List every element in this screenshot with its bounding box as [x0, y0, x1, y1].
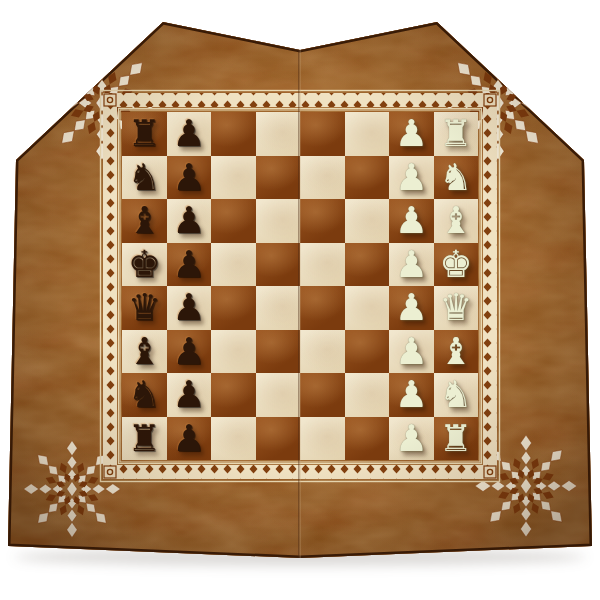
black-knight[interactable]: ♞: [128, 376, 161, 413]
band-rosette-top-right: [484, 94, 496, 106]
square-c5[interactable]: [256, 330, 301, 374]
square-b3[interactable]: [345, 373, 390, 417]
square-a1[interactable]: ♜: [434, 417, 479, 461]
black-pawn[interactable]: ♟: [172, 376, 205, 413]
square-a3[interactable]: [345, 417, 390, 461]
square-g7[interactable]: ♟: [167, 156, 212, 200]
square-h4[interactable]: [300, 112, 345, 156]
square-g1[interactable]: ♞: [434, 156, 479, 200]
square-a6[interactable]: [211, 417, 256, 461]
squares-grid: ♜♟♟♜♞♟♟♞♝♟♟♝♚♟♟♚♛♟♟♛♝♟♟♝♞♟♟♞♜♟♟♜: [122, 112, 478, 460]
black-pawn[interactable]: ♟: [172, 115, 205, 152]
square-e3[interactable]: [345, 243, 390, 287]
square-f6[interactable]: [211, 199, 256, 243]
white-pawn[interactable]: ♟: [395, 246, 428, 283]
black-king[interactable]: ♚: [128, 246, 161, 283]
square-g2[interactable]: ♟: [389, 156, 434, 200]
band-rosette-bottom-right: [484, 466, 496, 478]
square-b5[interactable]: [256, 373, 301, 417]
square-d2[interactable]: ♟: [389, 286, 434, 330]
square-e5[interactable]: [256, 243, 301, 287]
square-h6[interactable]: [211, 112, 256, 156]
square-b2[interactable]: ♟: [389, 373, 434, 417]
square-c1[interactable]: ♝: [434, 330, 479, 374]
square-e6[interactable]: [211, 243, 256, 287]
black-pawn[interactable]: ♟: [172, 420, 205, 457]
square-f5[interactable]: [256, 199, 301, 243]
square-c3[interactable]: [345, 330, 390, 374]
square-a8[interactable]: ♜: [122, 417, 167, 461]
black-bishop[interactable]: ♝: [128, 202, 161, 239]
white-rook[interactable]: ♜: [439, 420, 472, 457]
square-h3[interactable]: [345, 112, 390, 156]
photo-background: ♜♟♟♜♞♟♟♞♝♟♟♝♚♟♟♚♛♟♟♛♝♟♟♝♞♟♟♞♜♟♟♜: [0, 0, 600, 600]
square-c8[interactable]: ♝: [122, 330, 167, 374]
white-king[interactable]: ♚: [439, 246, 472, 283]
square-d1[interactable]: ♛: [434, 286, 479, 330]
square-c4[interactable]: [300, 330, 345, 374]
square-f1[interactable]: ♝: [434, 199, 479, 243]
square-e2[interactable]: ♟: [389, 243, 434, 287]
black-rook[interactable]: ♜: [128, 115, 161, 152]
square-d6[interactable]: [211, 286, 256, 330]
square-d7[interactable]: ♟: [167, 286, 212, 330]
square-f2[interactable]: ♟: [389, 199, 434, 243]
square-g5[interactable]: [256, 156, 301, 200]
white-bishop[interactable]: ♝: [439, 333, 472, 370]
black-pawn[interactable]: ♟: [172, 202, 205, 239]
square-a4[interactable]: [300, 417, 345, 461]
square-g3[interactable]: [345, 156, 390, 200]
square-a7[interactable]: ♟: [167, 417, 212, 461]
square-f7[interactable]: ♟: [167, 199, 212, 243]
square-d8[interactable]: ♛: [122, 286, 167, 330]
square-h8[interactable]: ♜: [122, 112, 167, 156]
square-d3[interactable]: [345, 286, 390, 330]
square-g4[interactable]: [300, 156, 345, 200]
square-e8[interactable]: ♚: [122, 243, 167, 287]
white-pawn[interactable]: ♟: [395, 420, 428, 457]
white-pawn[interactable]: ♟: [395, 289, 428, 326]
square-g6[interactable]: [211, 156, 256, 200]
square-c7[interactable]: ♟: [167, 330, 212, 374]
white-pawn[interactable]: ♟: [395, 115, 428, 152]
band-rosette-bottom-left: [104, 466, 116, 478]
square-c6[interactable]: [211, 330, 256, 374]
square-b8[interactable]: ♞: [122, 373, 167, 417]
square-c2[interactable]: ♟: [389, 330, 434, 374]
square-d5[interactable]: [256, 286, 301, 330]
band-rosette-top-left: [104, 94, 116, 106]
square-e1[interactable]: ♚: [434, 243, 479, 287]
square-g8[interactable]: ♞: [122, 156, 167, 200]
square-d4[interactable]: [300, 286, 345, 330]
square-h5[interactable]: [256, 112, 301, 156]
white-pawn[interactable]: ♟: [395, 159, 428, 196]
black-pawn[interactable]: ♟: [172, 246, 205, 283]
square-h1[interactable]: ♜: [434, 112, 479, 156]
white-pawn[interactable]: ♟: [395, 333, 428, 370]
white-rook[interactable]: ♜: [439, 115, 472, 152]
black-pawn[interactable]: ♟: [172, 333, 205, 370]
square-f4[interactable]: [300, 199, 345, 243]
square-e4[interactable]: [300, 243, 345, 287]
black-knight[interactable]: ♞: [128, 159, 161, 196]
square-b6[interactable]: [211, 373, 256, 417]
square-h7[interactable]: ♟: [167, 112, 212, 156]
white-knight[interactable]: ♞: [439, 159, 472, 196]
black-bishop[interactable]: ♝: [128, 333, 161, 370]
square-a2[interactable]: ♟: [389, 417, 434, 461]
square-h2[interactable]: ♟: [389, 112, 434, 156]
white-pawn[interactable]: ♟: [395, 376, 428, 413]
square-b4[interactable]: [300, 373, 345, 417]
square-a5[interactable]: [256, 417, 301, 461]
black-rook[interactable]: ♜: [128, 420, 161, 457]
square-e7[interactable]: ♟: [167, 243, 212, 287]
white-bishop[interactable]: ♝: [439, 202, 472, 239]
black-pawn[interactable]: ♟: [172, 159, 205, 196]
black-pawn[interactable]: ♟: [172, 289, 205, 326]
white-pawn[interactable]: ♟: [395, 202, 428, 239]
square-f3[interactable]: [345, 199, 390, 243]
chess-board: ♜♟♟♜♞♟♟♞♝♟♟♝♚♟♟♚♛♟♟♛♝♟♟♝♞♟♟♞♜♟♟♜: [0, 0, 600, 600]
white-queen[interactable]: ♛: [439, 289, 472, 326]
square-b7[interactable]: ♟: [167, 373, 212, 417]
white-knight[interactable]: ♞: [439, 376, 472, 413]
square-f8[interactable]: ♝: [122, 199, 167, 243]
square-b1[interactable]: ♞: [434, 373, 479, 417]
black-queen[interactable]: ♛: [128, 289, 161, 326]
